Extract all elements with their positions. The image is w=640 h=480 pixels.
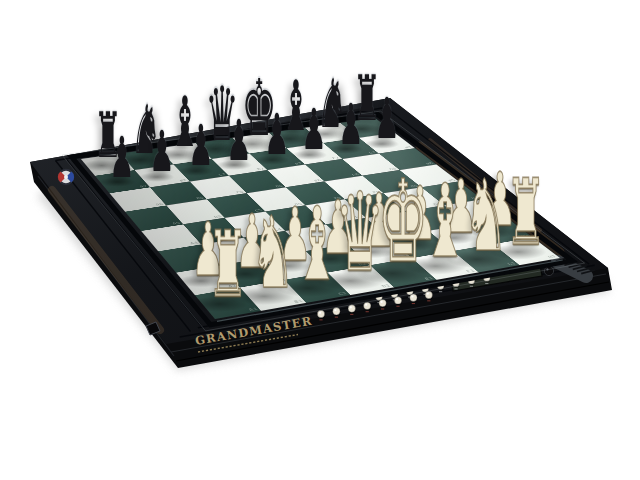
piece-white-king[interactable]: ♚ [378, 166, 429, 280]
photo-stage: GRANDMASTER A8B8C8D8E8F8G8H8A7B7C7D7E7F7… [0, 0, 640, 480]
piece-white-rook[interactable]: ♜ [207, 219, 248, 310]
piece-white-knight[interactable]: ♞ [464, 167, 508, 266]
piece-black-pawn[interactable]: ♟ [188, 118, 213, 174]
piece-white-bishop[interactable]: ♝ [422, 172, 467, 273]
pieces-layer: ♜♞♝♛♚♝♞♜♟♟♟♟♟♟♟♟♟♟♟♟♟♟♟♟♜♞♝♛♚♝♞♜ [0, 0, 640, 480]
piece-white-knight[interactable]: ♞ [251, 204, 295, 303]
piece-white-rook[interactable]: ♜ [506, 168, 547, 259]
piece-black-pawn[interactable]: ♟ [110, 130, 135, 186]
piece-black-pawn[interactable]: ♟ [338, 96, 363, 152]
piece-black-pawn[interactable]: ♟ [264, 107, 289, 163]
piece-black-pawn[interactable]: ♟ [149, 124, 174, 180]
piece-black-pawn[interactable]: ♟ [227, 113, 252, 169]
piece-white-bishop[interactable]: ♝ [294, 194, 339, 295]
piece-black-pawn[interactable]: ♟ [374, 91, 399, 147]
piece-black-pawn[interactable]: ♟ [302, 102, 327, 158]
